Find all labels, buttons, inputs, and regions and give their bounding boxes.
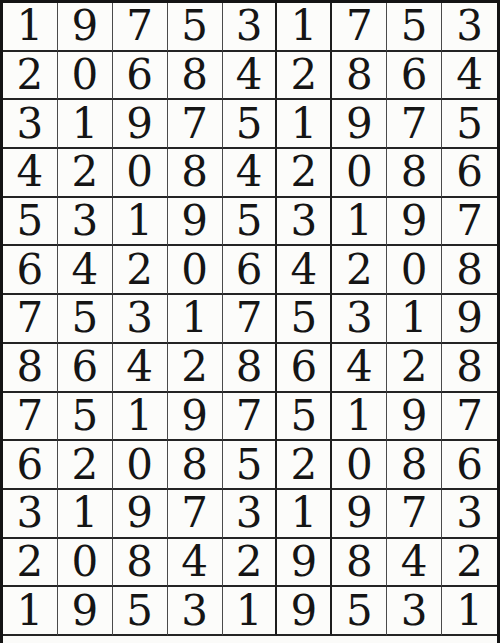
grid-cell-r3-c6: 1 bbox=[277, 100, 332, 149]
grid-cell-r4-c6: 2 bbox=[277, 149, 332, 198]
grid-cell-r11-c3: 9 bbox=[113, 490, 168, 539]
grid-cell-r10-c8: 8 bbox=[387, 441, 442, 490]
grid-cell-r8-c3: 4 bbox=[113, 344, 168, 393]
grid-cell-r13-c5: 1 bbox=[223, 587, 278, 636]
grid-cell-r7-c6: 5 bbox=[277, 295, 332, 344]
grid-cell-r3-c3: 9 bbox=[113, 100, 168, 149]
grid-cell-r1-c7: 7 bbox=[332, 3, 387, 52]
grid-cell-r7-c8: 1 bbox=[387, 295, 442, 344]
grid-cell-r1-c3: 7 bbox=[113, 3, 168, 52]
grid-cell-r10-c3: 0 bbox=[113, 441, 168, 490]
grid-cell-r7-c4: 1 bbox=[168, 295, 223, 344]
grid-cell-r7-c2: 5 bbox=[58, 295, 113, 344]
grid-cell-r2-c9: 4 bbox=[442, 52, 497, 101]
grid-cell-r10-c1: 6 bbox=[3, 441, 58, 490]
grid-cell-r8-c8: 2 bbox=[387, 344, 442, 393]
grid-cell-r6-c3: 2 bbox=[113, 246, 168, 295]
grid-cell-r5-c2: 3 bbox=[58, 198, 113, 247]
grid-cell-r9-c7: 1 bbox=[332, 393, 387, 442]
grid-cell-r13-c7: 5 bbox=[332, 587, 387, 636]
grid-cell-r10-c7: 0 bbox=[332, 441, 387, 490]
grid-cell-r4-c2: 2 bbox=[58, 149, 113, 198]
grid-cell-r11-c5: 3 bbox=[223, 490, 278, 539]
grid-cell-r7-c9: 9 bbox=[442, 295, 497, 344]
grid-cell-r4-c1: 4 bbox=[3, 149, 58, 198]
grid-cell-r12-c3: 8 bbox=[113, 539, 168, 588]
grid-cell-r8-c2: 6 bbox=[58, 344, 113, 393]
grid-cell-r9-c4: 9 bbox=[168, 393, 223, 442]
grid-cell-r5-c5: 5 bbox=[223, 198, 278, 247]
grid-cell-r12-c2: 0 bbox=[58, 539, 113, 588]
grid-cell-r10-c5: 5 bbox=[223, 441, 278, 490]
grid-cell-r8-c5: 8 bbox=[223, 344, 278, 393]
grid-cell-r11-c4: 7 bbox=[168, 490, 223, 539]
grid-cell-r11-c1: 3 bbox=[3, 490, 58, 539]
grid-cell-r6-c9: 8 bbox=[442, 246, 497, 295]
grid-cell-r4-c7: 0 bbox=[332, 149, 387, 198]
grid-cell-r2-c3: 6 bbox=[113, 52, 168, 101]
grid-cell-r10-c6: 2 bbox=[277, 441, 332, 490]
grid-cell-r2-c1: 2 bbox=[3, 52, 58, 101]
grid-cell-r4-c8: 8 bbox=[387, 149, 442, 198]
grid-cell-r1-c9: 3 bbox=[442, 3, 497, 52]
grid-cell-r1-c8: 5 bbox=[387, 3, 442, 52]
grid-cell-r8-c1: 8 bbox=[3, 344, 58, 393]
grid-cell-r12-c9: 2 bbox=[442, 539, 497, 588]
grid-cell-r12-c8: 4 bbox=[387, 539, 442, 588]
grid-cell-r2-c4: 8 bbox=[168, 52, 223, 101]
grid-cell-r5-c9: 7 bbox=[442, 198, 497, 247]
grid-cell-r13-c2: 9 bbox=[58, 587, 113, 636]
grid-cell-r5-c8: 9 bbox=[387, 198, 442, 247]
grid-cell-r12-c6: 9 bbox=[277, 539, 332, 588]
grid-cell-r2-c2: 0 bbox=[58, 52, 113, 101]
grid-cell-r11-c6: 1 bbox=[277, 490, 332, 539]
grid-cell-r13-c3: 5 bbox=[113, 587, 168, 636]
grid-cell-r13-c1: 1 bbox=[3, 587, 58, 636]
grid-cell-r9-c6: 5 bbox=[277, 393, 332, 442]
grid-cell-r2-c5: 4 bbox=[223, 52, 278, 101]
grid-cell-r9-c8: 9 bbox=[387, 393, 442, 442]
grid-cell-r9-c9: 7 bbox=[442, 393, 497, 442]
grid-cell-r3-c4: 7 bbox=[168, 100, 223, 149]
grid-cell-r2-c6: 2 bbox=[277, 52, 332, 101]
grid-cell-r1-c5: 3 bbox=[223, 3, 278, 52]
grid-cell-r13-c4: 3 bbox=[168, 587, 223, 636]
grid-cell-r10-c2: 2 bbox=[58, 441, 113, 490]
grid-cell-r7-c3: 3 bbox=[113, 295, 168, 344]
grid-cell-r6-c6: 4 bbox=[277, 246, 332, 295]
grid-cell-r3-c7: 9 bbox=[332, 100, 387, 149]
grid-cell-r6-c2: 4 bbox=[58, 246, 113, 295]
grid-cell-r11-c7: 9 bbox=[332, 490, 387, 539]
grid-cell-r9-c2: 5 bbox=[58, 393, 113, 442]
grid-cell-r3-c8: 7 bbox=[387, 100, 442, 149]
grid-cell-r6-c4: 0 bbox=[168, 246, 223, 295]
grid-cell-r1-c2: 9 bbox=[58, 3, 113, 52]
grid-cell-r10-c4: 8 bbox=[168, 441, 223, 490]
grid-cell-r3-c2: 1 bbox=[58, 100, 113, 149]
grid-cell-r12-c7: 8 bbox=[332, 539, 387, 588]
grid-cell-r13-c6: 9 bbox=[277, 587, 332, 636]
grid-cell-r9-c3: 1 bbox=[113, 393, 168, 442]
grid-cell-r1-c1: 1 bbox=[3, 3, 58, 52]
grid-cell-r12-c4: 4 bbox=[168, 539, 223, 588]
grid-cell-r5-c1: 5 bbox=[3, 198, 58, 247]
grid-cell-r11-c9: 3 bbox=[442, 490, 497, 539]
grid-cell-r4-c4: 8 bbox=[168, 149, 223, 198]
grid-cell-r3-c1: 3 bbox=[3, 100, 58, 149]
grid-cell-r12-c5: 2 bbox=[223, 539, 278, 588]
grid-cell-r6-c5: 6 bbox=[223, 246, 278, 295]
grid-cell-r4-c9: 6 bbox=[442, 149, 497, 198]
grid-cell-r8-c7: 4 bbox=[332, 344, 387, 393]
grid-cell-r7-c1: 7 bbox=[3, 295, 58, 344]
grid-cell-r11-c2: 1 bbox=[58, 490, 113, 539]
grid-cell-r6-c7: 2 bbox=[332, 246, 387, 295]
grid-cell-r2-c7: 8 bbox=[332, 52, 387, 101]
grid-cell-r9-c1: 7 bbox=[3, 393, 58, 442]
grid-cell-r2-c8: 6 bbox=[387, 52, 442, 101]
grid-cell-r4-c3: 0 bbox=[113, 149, 168, 198]
grid-cell-r3-c5: 5 bbox=[223, 100, 278, 149]
grid-cell-r1-c6: 1 bbox=[277, 3, 332, 52]
grid-cell-r10-c9: 6 bbox=[442, 441, 497, 490]
number-grid: 1975317532068428643197519754208420865319… bbox=[3, 3, 497, 636]
grid-cell-r8-c6: 6 bbox=[277, 344, 332, 393]
grid-cell-r8-c9: 8 bbox=[442, 344, 497, 393]
grid-cell-r7-c5: 7 bbox=[223, 295, 278, 344]
grid-cell-r3-c9: 5 bbox=[442, 100, 497, 149]
grid-cell-r13-c9: 1 bbox=[442, 587, 497, 636]
grid-cell-r12-c1: 2 bbox=[3, 539, 58, 588]
grid-cell-r5-c4: 9 bbox=[168, 198, 223, 247]
grid-cell-r1-c4: 5 bbox=[168, 3, 223, 52]
grid-cell-r13-c8: 3 bbox=[387, 587, 442, 636]
grid-cell-r5-c6: 3 bbox=[277, 198, 332, 247]
grid-cell-r8-c4: 2 bbox=[168, 344, 223, 393]
grid-cell-r6-c8: 0 bbox=[387, 246, 442, 295]
grid-cell-r11-c8: 7 bbox=[387, 490, 442, 539]
grid-cell-r7-c7: 3 bbox=[332, 295, 387, 344]
grid-cell-r4-c5: 4 bbox=[223, 149, 278, 198]
grid-cell-r6-c1: 6 bbox=[3, 246, 58, 295]
grid-cell-r5-c7: 1 bbox=[332, 198, 387, 247]
worksheet-page: 1975317532068428643197519754208420865319… bbox=[0, 0, 500, 643]
grid-cell-r5-c3: 1 bbox=[113, 198, 168, 247]
grid-cell-r9-c5: 7 bbox=[223, 393, 278, 442]
